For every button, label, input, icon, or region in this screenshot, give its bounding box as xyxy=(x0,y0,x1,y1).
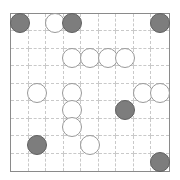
cell-r7c6[interactable] xyxy=(116,136,134,153)
cell-r3c4[interactable] xyxy=(81,66,99,83)
cell-r1c4[interactable] xyxy=(81,31,99,48)
cell-r7c1[interactable] xyxy=(29,136,47,153)
cell-r3c1[interactable] xyxy=(29,66,47,83)
cell-r6c1[interactable] xyxy=(29,119,47,136)
cell-r3c7[interactable] xyxy=(134,66,152,83)
cell-r4c2[interactable] xyxy=(46,84,64,101)
cell-r4c8[interactable] xyxy=(151,84,169,101)
cell-r8c7[interactable] xyxy=(134,154,152,171)
cell-r0c3[interactable] xyxy=(64,14,82,31)
cell-r3c5[interactable] xyxy=(99,66,117,83)
cell-r0c1[interactable] xyxy=(29,14,47,31)
cell-r3c0[interactable] xyxy=(11,66,29,83)
cell-r1c3[interactable] xyxy=(64,31,82,48)
cell-r7c3[interactable] xyxy=(64,136,82,153)
cell-r8c4[interactable] xyxy=(81,154,99,171)
cell-r6c4[interactable] xyxy=(81,119,99,136)
cell-r7c0[interactable] xyxy=(11,136,29,153)
cell-r2c5[interactable] xyxy=(99,49,117,66)
cell-r1c5[interactable] xyxy=(99,31,117,48)
cell-r5c1[interactable] xyxy=(29,101,47,118)
cell-r8c8[interactable] xyxy=(151,154,169,171)
cell-r2c4[interactable] xyxy=(81,49,99,66)
cell-r2c7[interactable] xyxy=(134,49,152,66)
cell-r7c4[interactable] xyxy=(81,136,99,153)
cell-r8c3[interactable] xyxy=(64,154,82,171)
cell-r6c5[interactable] xyxy=(99,119,117,136)
cell-r2c3[interactable] xyxy=(64,49,82,66)
cell-r6c6[interactable] xyxy=(116,119,134,136)
cell-r6c3[interactable] xyxy=(64,119,82,136)
cell-r5c8[interactable] xyxy=(151,101,169,118)
cell-r1c8[interactable] xyxy=(151,31,169,48)
cell-r2c8[interactable] xyxy=(151,49,169,66)
cell-r4c3[interactable] xyxy=(64,84,82,101)
cell-r2c2[interactable] xyxy=(46,49,64,66)
cell-r0c2[interactable] xyxy=(46,14,64,31)
puzzle-screen xyxy=(0,0,180,180)
cell-r6c7[interactable] xyxy=(134,119,152,136)
cell-r5c3[interactable] xyxy=(64,101,82,118)
cell-r5c0[interactable] xyxy=(11,101,29,118)
cell-r1c0[interactable] xyxy=(11,31,29,48)
cell-r1c1[interactable] xyxy=(29,31,47,48)
cell-r3c8[interactable] xyxy=(151,66,169,83)
cell-r6c2[interactable] xyxy=(46,119,64,136)
cell-r0c8[interactable] xyxy=(151,14,169,31)
cell-r4c5[interactable] xyxy=(99,84,117,101)
cell-r2c0[interactable] xyxy=(11,49,29,66)
cell-r5c4[interactable] xyxy=(81,101,99,118)
cell-r1c7[interactable] xyxy=(134,31,152,48)
cell-r0c0[interactable] xyxy=(11,14,29,31)
cell-r8c0[interactable] xyxy=(11,154,29,171)
cell-r3c6[interactable] xyxy=(116,66,134,83)
cell-r5c6[interactable] xyxy=(116,101,134,118)
cell-r8c2[interactable] xyxy=(46,154,64,171)
cell-r7c2[interactable] xyxy=(46,136,64,153)
cell-r6c8[interactable] xyxy=(151,119,169,136)
cell-r0c4[interactable] xyxy=(81,14,99,31)
cell-r5c2[interactable] xyxy=(46,101,64,118)
cell-r6c0[interactable] xyxy=(11,119,29,136)
cell-r8c5[interactable] xyxy=(99,154,117,171)
cell-r7c7[interactable] xyxy=(134,136,152,153)
cell-r4c4[interactable] xyxy=(81,84,99,101)
cell-r3c2[interactable] xyxy=(46,66,64,83)
cell-r1c6[interactable] xyxy=(116,31,134,48)
cell-r0c5[interactable] xyxy=(99,14,117,31)
cell-r5c5[interactable] xyxy=(99,101,117,118)
masyu-board xyxy=(10,13,170,172)
cell-r3c3[interactable] xyxy=(64,66,82,83)
cell-r8c6[interactable] xyxy=(116,154,134,171)
cell-r2c6[interactable] xyxy=(116,49,134,66)
cell-r4c6[interactable] xyxy=(116,84,134,101)
cell-r0c6[interactable] xyxy=(116,14,134,31)
cell-r2c1[interactable] xyxy=(29,49,47,66)
cell-r4c0[interactable] xyxy=(11,84,29,101)
cell-r7c8[interactable] xyxy=(151,136,169,153)
cell-r0c7[interactable] xyxy=(134,14,152,31)
cell-r4c1[interactable] xyxy=(29,84,47,101)
cell-r8c1[interactable] xyxy=(29,154,47,171)
cell-r7c5[interactable] xyxy=(99,136,117,153)
cell-r5c7[interactable] xyxy=(134,101,152,118)
cell-r1c2[interactable] xyxy=(46,31,64,48)
cell-r4c7[interactable] xyxy=(134,84,152,101)
